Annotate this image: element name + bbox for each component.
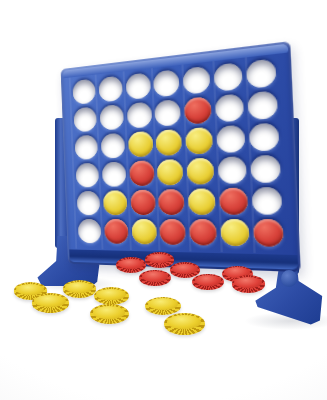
hole-r1c7 bbox=[246, 58, 276, 88]
red-checker[interactable] bbox=[192, 274, 224, 291]
cell-r5c2[interactable] bbox=[101, 188, 129, 217]
red-disc bbox=[160, 219, 187, 245]
cell-r3c4[interactable] bbox=[154, 127, 185, 158]
red-disc bbox=[130, 190, 156, 215]
yellow-disc bbox=[157, 159, 184, 186]
hole-r6c2 bbox=[104, 219, 129, 244]
cell-r6c6[interactable] bbox=[218, 217, 252, 249]
cell-r2c7[interactable] bbox=[245, 88, 280, 122]
red-disc bbox=[104, 219, 129, 244]
cell-r4c3[interactable] bbox=[127, 158, 157, 188]
yellow-disc bbox=[103, 190, 128, 215]
hole-r1c1 bbox=[72, 79, 95, 105]
red-checker[interactable] bbox=[232, 275, 265, 292]
cell-r2c1[interactable] bbox=[72, 104, 99, 134]
yellow-checker[interactable] bbox=[94, 287, 129, 305]
hole-r2c3 bbox=[126, 102, 151, 129]
yellow-checker[interactable] bbox=[145, 297, 181, 316]
hole-r4c1 bbox=[76, 163, 99, 188]
hole-r5c3 bbox=[130, 190, 156, 215]
cell-r3c5[interactable] bbox=[183, 125, 215, 157]
hole-r2c2 bbox=[99, 104, 123, 130]
yellow-checker[interactable] bbox=[63, 280, 96, 297]
hole-r4c3 bbox=[129, 160, 155, 186]
hole-r3c2 bbox=[100, 133, 124, 159]
right-leg-knob bbox=[281, 270, 297, 287]
yellow-disc bbox=[128, 131, 154, 157]
cell-r2c6[interactable] bbox=[213, 91, 247, 125]
hole-r3c4 bbox=[156, 129, 183, 156]
yellow-disc bbox=[187, 158, 215, 185]
cell-r1c5[interactable] bbox=[181, 63, 213, 96]
hole-r3c3 bbox=[128, 131, 154, 157]
cell-r6c3[interactable] bbox=[129, 217, 159, 247]
hole-r2c1 bbox=[73, 107, 96, 133]
yellow-disc bbox=[188, 188, 216, 215]
cell-r2c5[interactable] bbox=[182, 94, 214, 127]
hole-r3c1 bbox=[74, 135, 97, 160]
yellow-disc bbox=[186, 127, 214, 155]
hole-r3c7 bbox=[249, 122, 280, 151]
hole-r1c2 bbox=[98, 76, 122, 103]
cell-r3c7[interactable] bbox=[247, 120, 282, 154]
hole-r3c6 bbox=[217, 125, 246, 153]
red-disc bbox=[189, 219, 217, 246]
hole-r1c5 bbox=[183, 66, 211, 95]
cell-r1c4[interactable] bbox=[152, 67, 183, 100]
connect-four-scene bbox=[0, 0, 327, 400]
cell-r3c3[interactable] bbox=[126, 129, 155, 160]
cell-r3c2[interactable] bbox=[99, 131, 127, 161]
hole-r4c6 bbox=[218, 156, 247, 184]
cell-r1c7[interactable] bbox=[244, 56, 279, 91]
cell-r2c4[interactable] bbox=[153, 97, 184, 129]
yellow-disc bbox=[156, 129, 183, 156]
hole-r2c4 bbox=[155, 99, 182, 127]
yellow-disc bbox=[131, 219, 157, 244]
hole-r4c2 bbox=[102, 162, 126, 187]
hole-r2c5 bbox=[184, 96, 212, 124]
cell-r5c4[interactable] bbox=[156, 187, 187, 217]
cell-r6c7[interactable] bbox=[251, 217, 287, 249]
red-disc bbox=[129, 160, 155, 186]
hole-r4c4 bbox=[157, 159, 184, 186]
yellow-checker[interactable] bbox=[90, 304, 129, 324]
cell-r4c7[interactable] bbox=[248, 152, 283, 185]
cell-r6c1[interactable] bbox=[76, 217, 103, 245]
hole-r5c1 bbox=[77, 191, 101, 215]
cell-r4c6[interactable] bbox=[216, 154, 250, 186]
red-disc bbox=[253, 219, 284, 247]
hole-r2c7 bbox=[248, 90, 279, 120]
cell-r6c5[interactable] bbox=[187, 217, 219, 248]
hole-r1c4 bbox=[154, 69, 181, 97]
cell-r5c6[interactable] bbox=[217, 185, 251, 217]
cell-r6c4[interactable] bbox=[158, 217, 189, 247]
cell-r5c1[interactable] bbox=[75, 189, 102, 217]
hole-r4c5 bbox=[187, 158, 215, 185]
hole-r5c5 bbox=[188, 188, 216, 215]
board-grid bbox=[71, 56, 287, 249]
cell-r1c2[interactable] bbox=[96, 73, 124, 104]
cell-r3c1[interactable] bbox=[73, 133, 100, 162]
hole-r4c7 bbox=[250, 155, 281, 183]
hole-r5c6 bbox=[219, 188, 248, 215]
cell-r5c7[interactable] bbox=[249, 185, 284, 217]
hole-r6c5 bbox=[189, 219, 217, 246]
red-checker[interactable] bbox=[145, 252, 174, 267]
cell-r1c6[interactable] bbox=[212, 60, 246, 94]
hole-r6c1 bbox=[78, 219, 102, 243]
cell-r1c1[interactable] bbox=[71, 76, 98, 106]
hole-r2c6 bbox=[215, 93, 244, 122]
yellow-checker[interactable] bbox=[164, 313, 205, 334]
cell-r4c5[interactable] bbox=[185, 155, 217, 186]
cell-r4c2[interactable] bbox=[100, 159, 128, 188]
cell-r3c6[interactable] bbox=[214, 122, 248, 155]
cell-r2c3[interactable] bbox=[125, 99, 154, 130]
red-checker[interactable] bbox=[116, 257, 146, 273]
red-checker[interactable] bbox=[139, 270, 171, 287]
cell-r5c5[interactable] bbox=[186, 186, 218, 217]
hole-r6c7 bbox=[253, 219, 284, 247]
hole-r1c3 bbox=[125, 72, 150, 99]
hole-r5c7 bbox=[252, 187, 283, 215]
cell-r4c4[interactable] bbox=[155, 157, 186, 188]
hole-r5c2 bbox=[103, 190, 128, 215]
yellow-checker[interactable] bbox=[32, 293, 69, 312]
red-disc bbox=[158, 189, 185, 215]
hole-r1c6 bbox=[214, 62, 243, 92]
cell-r5c3[interactable] bbox=[128, 188, 158, 218]
cell-r2c2[interactable] bbox=[98, 102, 126, 133]
cell-r1c3[interactable] bbox=[123, 70, 152, 102]
hole-r6c6 bbox=[221, 219, 250, 246]
cell-r6c2[interactable] bbox=[102, 217, 130, 246]
cell-r4c1[interactable] bbox=[74, 161, 101, 190]
hole-r3c5 bbox=[186, 127, 214, 155]
hole-r6c4 bbox=[160, 219, 187, 245]
red-disc bbox=[219, 188, 248, 215]
red-disc bbox=[184, 96, 212, 124]
hole-r6c3 bbox=[131, 219, 157, 244]
yellow-disc bbox=[221, 219, 250, 246]
game-board bbox=[61, 41, 301, 272]
hole-r5c4 bbox=[158, 189, 185, 215]
